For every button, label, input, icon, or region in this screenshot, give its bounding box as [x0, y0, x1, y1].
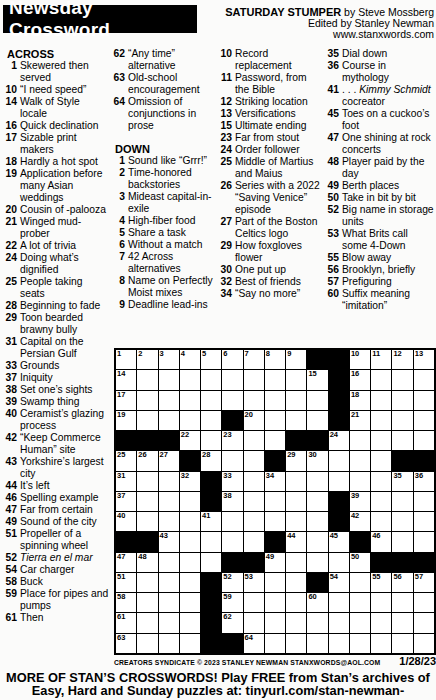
cell-r1c4[interactable]: 4: [180, 350, 200, 369]
cell-r2c8[interactable]: [265, 370, 285, 389]
cell-r4c1[interactable]: 19: [116, 411, 136, 430]
cell-r4c14[interactable]: [392, 411, 412, 430]
cell-number-12: 12: [393, 350, 401, 359]
cell-r10c9[interactable]: 44: [286, 532, 306, 551]
cell-r9c4[interactable]: [180, 512, 200, 531]
clue-number: 21: [2, 216, 20, 240]
across-clue-47: 47Far from certain: [2, 504, 109, 516]
cell-r8c14[interactable]: [392, 492, 412, 511]
cell-r2c13[interactable]: [371, 370, 391, 389]
clue-text: High-fiber food: [128, 215, 214, 227]
cell-number-5: 5: [202, 350, 206, 359]
cell-r1c15[interactable]: 13: [414, 350, 434, 369]
clue-column-1: ACROSS1Skewered then served10“I need spe…: [2, 48, 109, 624]
clue-text: Propeller of a spinning wheel: [20, 528, 109, 552]
cell-number-37: 37: [117, 492, 125, 501]
cell-r1c5[interactable]: 5: [201, 350, 221, 369]
clue-number: 3: [110, 191, 128, 215]
cell-r12c7[interactable]: 53: [244, 573, 264, 592]
cell-r9c15[interactable]: [414, 512, 434, 531]
cell-r6c7[interactable]: [244, 451, 264, 470]
down-clue-45: 45Toes on a cuckoo’s foot: [324, 108, 435, 132]
cell-r14c13[interactable]: [371, 613, 391, 632]
cell-r4c4[interactable]: [180, 411, 200, 430]
cell-r15c7[interactable]: 64: [244, 634, 264, 653]
syndicate-credit: CREATORS SYNDICATE © 2023 STANLEY NEWMAN…: [114, 659, 380, 666]
cell-r13c4[interactable]: [180, 593, 200, 612]
cell-r4c9[interactable]: [286, 411, 306, 430]
down-clue-10: 10Record replacement: [217, 48, 323, 72]
cell-r7c15[interactable]: 36: [414, 472, 434, 491]
cell-r2c5[interactable]: [201, 370, 221, 389]
clue-number: 55: [324, 252, 342, 264]
black-cell-r11c14: [392, 553, 412, 572]
cell-r4c13[interactable]: [371, 411, 391, 430]
down-clue-48: 48Player paid by the day: [324, 156, 435, 180]
down-clue-12: 12Striking location: [217, 96, 323, 108]
cell-r6c3[interactable]: 27: [159, 451, 179, 470]
cell-r6c10[interactable]: 30: [307, 451, 327, 470]
cell-r12c14[interactable]: 56: [392, 573, 412, 592]
cell-r11c11[interactable]: [329, 553, 349, 572]
cell-r2c14[interactable]: [392, 370, 412, 389]
cell-r11c12[interactable]: 50: [350, 553, 370, 572]
clue-number: 57: [324, 276, 342, 288]
cell-r4c10[interactable]: [307, 411, 327, 430]
cell-number-60: 60: [308, 593, 316, 602]
cell-r3c14[interactable]: [392, 391, 412, 410]
cell-r4c15[interactable]: [414, 411, 434, 430]
cell-r12c3[interactable]: [159, 573, 179, 592]
cell-r14c9[interactable]: [286, 613, 306, 632]
cell-r1c1[interactable]: 1: [116, 350, 136, 369]
cell-r8c1[interactable]: 37: [116, 492, 136, 511]
cell-r14c11[interactable]: [329, 613, 349, 632]
cell-r8c8[interactable]: [265, 492, 285, 511]
cell-r12c8[interactable]: [265, 573, 285, 592]
cell-number-32: 32: [181, 472, 189, 481]
clue-number: 25: [217, 156, 235, 180]
cell-r5c8[interactable]: [265, 431, 285, 450]
cell-r13c3[interactable]: [159, 593, 179, 612]
cell-number-7: 7: [245, 350, 249, 359]
cell-r11c2[interactable]: 48: [137, 553, 157, 572]
clue-text: Course in mythology: [342, 60, 435, 84]
cell-r10c6[interactable]: [222, 532, 242, 551]
cell-r8c6[interactable]: 38: [222, 492, 242, 511]
black-cell-r11c15: [414, 553, 434, 572]
cell-r1c8[interactable]: 8: [265, 350, 285, 369]
cell-r1c14[interactable]: 12: [392, 350, 412, 369]
down-clue-5: 5Share a task: [110, 227, 214, 239]
across-clue-25: 25People taking seats: [2, 276, 109, 300]
cell-r7c10[interactable]: [307, 472, 327, 491]
cell-r3c7[interactable]: [244, 391, 264, 410]
clue-number: 35: [324, 48, 342, 60]
clue-number: 9: [110, 299, 128, 311]
cell-r2c3[interactable]: [159, 370, 179, 389]
black-cell-r11c7: [244, 553, 264, 572]
cell-r15c12[interactable]: [350, 634, 370, 653]
cell-r6c5[interactable]: 28: [201, 451, 221, 470]
down-clue-34: 34“Say no more”: [217, 288, 323, 300]
clue-number: 28: [2, 300, 20, 312]
black-cell-r6c14: [392, 451, 412, 470]
cell-r12c15[interactable]: 57: [414, 573, 434, 592]
down-clue-53: 53What Brits call some 4-Down: [324, 228, 435, 252]
cell-r13c6[interactable]: 59: [222, 593, 242, 612]
cell-r13c13[interactable]: [371, 593, 391, 612]
cell-r10c10[interactable]: [307, 532, 327, 551]
across-clue-10: 10“I need speed”: [2, 84, 109, 96]
cell-r13c9[interactable]: [286, 593, 306, 612]
footer-row: CREATORS SYNDICATE © 2023 STANLEY NEWMAN…: [114, 655, 436, 667]
cell-r13c2[interactable]: [137, 593, 157, 612]
black-cell-r5c2: [137, 431, 157, 450]
cell-r8c13[interactable]: [371, 492, 391, 511]
cell-r2c2[interactable]: [137, 370, 157, 389]
cell-r13c1[interactable]: 58: [116, 593, 136, 612]
cell-r7c1[interactable]: 31: [116, 472, 136, 491]
cell-r3c12[interactable]: 18: [350, 391, 370, 410]
cell-r3c10[interactable]: [307, 391, 327, 410]
cell-r3c4[interactable]: [180, 391, 200, 410]
cell-r7c13[interactable]: [371, 472, 391, 491]
across-clue-54: 54Car charger: [2, 564, 109, 576]
cell-r7c9[interactable]: [286, 472, 306, 491]
cell-r4c7[interactable]: 20: [244, 411, 264, 430]
cell-r3c8[interactable]: [265, 391, 285, 410]
clue-number: 36: [324, 60, 342, 84]
cell-r2c10[interactable]: 15: [307, 370, 327, 389]
cell-r9c12[interactable]: 42: [350, 512, 370, 531]
cell-r6c13[interactable]: [371, 451, 391, 470]
cell-r13c10[interactable]: 60: [307, 593, 327, 612]
cell-r7c12[interactable]: [350, 472, 370, 491]
clue-text: Middle of Martius and Maius: [235, 156, 323, 180]
cell-r14c14[interactable]: [392, 613, 412, 632]
clue-text: Winged mud-prober: [20, 216, 109, 240]
cell-r13c7[interactable]: [244, 593, 264, 612]
cell-r14c4[interactable]: [180, 613, 200, 632]
cell-r1c13[interactable]: 11: [371, 350, 391, 369]
cell-r4c2[interactable]: [137, 411, 157, 430]
cell-r1c12[interactable]: 10: [350, 350, 370, 369]
cell-r15c14[interactable]: [392, 634, 412, 653]
cell-r15c8[interactable]: [265, 634, 285, 653]
cell-r8c3[interactable]: [159, 492, 179, 511]
cell-r3c15[interactable]: [414, 391, 434, 410]
cell-r3c5[interactable]: [201, 391, 221, 410]
cell-r15c13[interactable]: [371, 634, 391, 653]
cell-r15c15[interactable]: [414, 634, 434, 653]
clue-text: Capital on the Persian Gulf: [20, 336, 109, 360]
black-cell-r7c5: [201, 472, 221, 491]
cell-r8c15[interactable]: [414, 492, 434, 511]
clue-number: 53: [324, 228, 342, 252]
clue-text: Buck: [20, 576, 109, 588]
cell-number-28: 28: [202, 451, 210, 460]
cell-r9c3[interactable]: [159, 512, 179, 531]
cell-r14c10[interactable]: [307, 613, 327, 632]
cell-r10c5[interactable]: [201, 532, 221, 551]
down-clue-13: 13Versifications: [217, 108, 323, 120]
cell-r13c14[interactable]: [392, 593, 412, 612]
cell-r10c14[interactable]: [392, 532, 412, 551]
cell-r14c2[interactable]: [137, 613, 157, 632]
cell-r14c8[interactable]: [265, 613, 285, 632]
cell-r11c3[interactable]: [159, 553, 179, 572]
clue-text: Order follower: [235, 144, 323, 156]
cell-r4c8[interactable]: [265, 411, 285, 430]
cell-r5c11[interactable]: 24: [329, 431, 349, 450]
cell-r13c8[interactable]: [265, 593, 285, 612]
cell-number-23: 23: [223, 431, 231, 440]
cell-r2c9[interactable]: [286, 370, 306, 389]
cell-r6c2[interactable]: 26: [137, 451, 157, 470]
clue-text: Suffix meaning “imitation”: [342, 288, 435, 312]
cell-r15c2[interactable]: [137, 634, 157, 653]
cell-r10c15[interactable]: [414, 532, 434, 551]
clue-number: 12: [217, 96, 235, 108]
cell-r10c3[interactable]: 43: [159, 532, 179, 551]
cell-r7c7[interactable]: [244, 472, 264, 491]
across-clue-31: 31Capital on the Persian Gulf: [2, 336, 109, 360]
cell-r1c2[interactable]: 2: [137, 350, 157, 369]
clue-number: 52: [324, 204, 342, 228]
cell-r10c4[interactable]: [180, 532, 200, 551]
cell-number-48: 48: [138, 553, 146, 562]
cell-r8c4[interactable]: [180, 492, 200, 511]
cell-r9c5[interactable]: 41: [201, 512, 221, 531]
cell-r1c9[interactable]: 9: [286, 350, 306, 369]
clue-number: 50: [324, 192, 342, 204]
cell-r11c5[interactable]: [201, 553, 221, 572]
cell-r3c9[interactable]: [286, 391, 306, 410]
black-cell-r6c4: [180, 451, 200, 470]
cell-number-26: 26: [138, 451, 146, 460]
across-clue-38: 38Set one’s sights: [2, 384, 109, 396]
cell-r2c1[interactable]: 14: [116, 370, 136, 389]
cell-number-43: 43: [160, 532, 168, 541]
cell-r4c5[interactable]: [201, 411, 221, 430]
cell-r7c3[interactable]: [159, 472, 179, 491]
cell-r15c10[interactable]: [307, 634, 327, 653]
clue-number: 22: [2, 240, 20, 252]
clue-text: What Brits call some 4-Down: [342, 228, 435, 252]
cell-r7c14[interactable]: 35: [392, 472, 412, 491]
cell-r8c9[interactable]: [286, 492, 306, 511]
cell-number-25: 25: [117, 451, 125, 460]
down-clue-9: 9Deadline lead-ins: [110, 299, 214, 311]
clue-text: “Any time” alternative: [128, 48, 214, 72]
cell-r15c1[interactable]: 63: [116, 634, 136, 653]
website-url: www.stanxwords.com: [225, 29, 434, 40]
cell-number-47: 47: [117, 553, 125, 562]
cell-r9c7[interactable]: [244, 512, 264, 531]
clue-number: 45: [324, 108, 342, 132]
cell-r3c6[interactable]: [222, 391, 242, 410]
cell-r12c12[interactable]: [350, 573, 370, 592]
cell-r9c1[interactable]: 40: [116, 512, 136, 531]
cell-number-1: 1: [117, 350, 121, 359]
cell-r6c6[interactable]: [222, 451, 242, 470]
cell-r6c9[interactable]: 29: [286, 451, 306, 470]
cell-number-15: 15: [308, 370, 316, 379]
cell-r13c11[interactable]: [329, 593, 349, 612]
cell-number-52: 52: [223, 573, 231, 582]
cell-number-17: 17: [117, 391, 125, 400]
cell-r1c6[interactable]: 6: [222, 350, 242, 369]
cell-r2c12[interactable]: 16: [350, 370, 370, 389]
cell-r2c6[interactable]: [222, 370, 242, 389]
cell-r15c9[interactable]: [286, 634, 306, 653]
clue-number: 1: [2, 60, 20, 84]
clue-number: 14: [2, 96, 20, 120]
cell-r15c4[interactable]: [180, 634, 200, 653]
cell-r12c1[interactable]: 51: [116, 573, 136, 592]
across-clue-46: 46Spelling example: [2, 492, 109, 504]
clue-number: 15: [217, 120, 235, 132]
cell-r14c15[interactable]: [414, 613, 434, 632]
cell-r10c11[interactable]: 45: [329, 532, 349, 551]
cell-r12c4[interactable]: [180, 573, 200, 592]
cell-r3c13[interactable]: [371, 391, 391, 410]
cell-r11c10[interactable]: [307, 553, 327, 572]
cell-r5c6[interactable]: 23: [222, 431, 242, 450]
cell-r9c8[interactable]: [265, 512, 285, 531]
cell-r14c6[interactable]: 62: [222, 613, 242, 632]
cell-number-40: 40: [117, 512, 125, 521]
cell-r13c12[interactable]: [350, 593, 370, 612]
cell-r14c7[interactable]: [244, 613, 264, 632]
cell-r1c7[interactable]: 7: [244, 350, 264, 369]
cell-r4c12[interactable]: 21: [350, 411, 370, 430]
cell-r9c10[interactable]: [307, 512, 327, 531]
cell-r7c6[interactable]: 33: [222, 472, 242, 491]
cell-number-36: 36: [415, 472, 423, 481]
cell-r7c2[interactable]: [137, 472, 157, 491]
cell-r5c7[interactable]: [244, 431, 264, 450]
clue-number: 59: [2, 588, 20, 612]
cell-r6c1[interactable]: 25: [116, 451, 136, 470]
cell-r15c3[interactable]: [159, 634, 179, 653]
cell-number-61: 61: [117, 613, 125, 622]
cell-number-58: 58: [117, 593, 125, 602]
cell-r7c4[interactable]: 32: [180, 472, 200, 491]
across-clue-28: 28Beginning to fade: [2, 300, 109, 312]
cell-r9c2[interactable]: [137, 512, 157, 531]
clue-text: Name on Perfectly Moist mixes: [128, 275, 214, 299]
cell-r10c7[interactable]: [244, 532, 264, 551]
cell-number-35: 35: [393, 472, 401, 481]
cell-r14c1[interactable]: 61: [116, 613, 136, 632]
cell-r4c3[interactable]: [159, 411, 179, 430]
cell-number-62: 62: [223, 613, 231, 622]
clue-text: Sound of the city: [20, 516, 109, 528]
cell-r3c2[interactable]: [137, 391, 157, 410]
clue-text: Record replacement: [235, 48, 323, 72]
cell-r5c12[interactable]: [350, 431, 370, 450]
cell-r3c3[interactable]: [159, 391, 179, 410]
cell-r6c11[interactable]: [329, 451, 349, 470]
cell-r13c15[interactable]: [414, 593, 434, 612]
clue-text: Best of friends: [235, 276, 323, 288]
cell-r11c1[interactable]: 47: [116, 553, 136, 572]
cell-r7c11[interactable]: [329, 472, 349, 491]
clue-text: Share a task: [128, 227, 214, 239]
cell-r9c9[interactable]: [286, 512, 306, 531]
cell-r9c6[interactable]: [222, 512, 242, 531]
cell-r5c15[interactable]: [414, 431, 434, 450]
cell-r1c3[interactable]: 3: [159, 350, 179, 369]
cell-r3c1[interactable]: 17: [116, 391, 136, 410]
cell-r7c8[interactable]: 34: [265, 472, 285, 491]
cell-number-29: 29: [287, 451, 295, 460]
black-cell-r1c10: [307, 350, 327, 369]
down-clue-36: 36Course in mythology: [324, 60, 435, 84]
across-clue-64: 64Omission of conjunctions in prose: [110, 96, 214, 132]
down-clue-4: 4High-fiber food: [110, 215, 214, 227]
clue-text: Versifications: [235, 108, 323, 120]
clue-number: 41: [324, 84, 342, 108]
cell-r12c2[interactable]: [137, 573, 157, 592]
cell-r14c3[interactable]: [159, 613, 179, 632]
clue-number: 40: [2, 408, 20, 432]
cell-r12c9[interactable]: [286, 573, 306, 592]
cell-r5c13[interactable]: [371, 431, 391, 450]
cell-r2c15[interactable]: [414, 370, 434, 389]
cell-number-64: 64: [245, 634, 253, 643]
cell-r5c4[interactable]: 22: [180, 431, 200, 450]
clue-text: Then: [20, 612, 109, 624]
black-cell-r10c1: [116, 532, 136, 551]
cell-r10c13[interactable]: 46: [371, 532, 391, 551]
puzzle-title: SATURDAY STUMPER: [225, 6, 341, 18]
cell-r11c8[interactable]: 49: [265, 553, 285, 572]
cell-number-56: 56: [393, 573, 401, 582]
clue-text: “I need speed”: [20, 84, 109, 96]
cell-r14c12[interactable]: [350, 613, 370, 632]
clue-number: 54: [2, 564, 20, 576]
cell-r8c7[interactable]: [244, 492, 264, 511]
cell-r12c6[interactable]: 52: [222, 573, 242, 592]
cell-r15c11[interactable]: [329, 634, 349, 653]
cell-r5c14[interactable]: [392, 431, 412, 450]
cell-r9c13[interactable]: [371, 512, 391, 531]
crossword-page: Newsday Crossword SATURDAY STUMPER by St…: [0, 0, 436, 700]
clue-number: 26: [217, 180, 235, 216]
cell-r8c2[interactable]: [137, 492, 157, 511]
cell-r11c9[interactable]: [286, 553, 306, 572]
cell-number-33: 33: [223, 472, 231, 481]
cell-r6c12[interactable]: [350, 451, 370, 470]
clue-number: 11: [217, 72, 235, 96]
across-clue-22: 22A lot of trivia: [2, 240, 109, 252]
cell-number-57: 57: [415, 573, 423, 582]
cell-r2c7[interactable]: [244, 370, 264, 389]
cell-r8c10[interactable]: [307, 492, 327, 511]
cell-r12c11[interactable]: 54: [329, 573, 349, 592]
cell-r9c14[interactable]: [392, 512, 412, 531]
cell-r2c4[interactable]: [180, 370, 200, 389]
cell-r11c4[interactable]: [180, 553, 200, 572]
cell-r8c12[interactable]: 39: [350, 492, 370, 511]
cell-r5c5[interactable]: [201, 431, 221, 450]
clue-text: Beginning to fade: [20, 300, 109, 312]
down-clue-52: 52Big name in storage units: [324, 204, 435, 228]
cell-r12c13[interactable]: 55: [371, 573, 391, 592]
